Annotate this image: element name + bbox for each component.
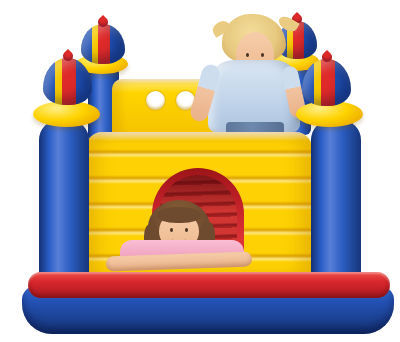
boy-eye bbox=[261, 53, 264, 57]
bounce-castle-photo bbox=[0, 0, 400, 342]
dome-tip bbox=[319, 50, 333, 64]
port-hole bbox=[146, 91, 165, 110]
girl-bangs bbox=[157, 207, 201, 223]
base-red-ring bbox=[28, 272, 390, 298]
boy-eye bbox=[246, 53, 249, 57]
front-right-tower-dome bbox=[302, 59, 351, 106]
dome-tip bbox=[96, 15, 110, 29]
front-right-tower-column bbox=[311, 120, 361, 288]
girl bbox=[104, 196, 256, 272]
back-left-tower-dome bbox=[81, 24, 125, 64]
girl-eye bbox=[170, 228, 173, 232]
dome-tip bbox=[60, 49, 74, 63]
girl-eye bbox=[185, 228, 188, 232]
boy bbox=[198, 14, 308, 138]
front-left-tower-column bbox=[39, 120, 89, 288]
